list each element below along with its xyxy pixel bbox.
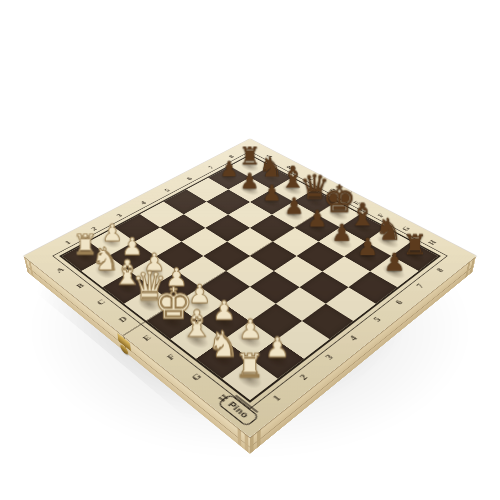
file-label-front-B: B	[74, 282, 85, 290]
rank-label-right-8: 8	[435, 267, 446, 274]
file-label-front-E: E	[140, 333, 152, 342]
rank-label-right-3: 3	[323, 353, 335, 362]
file-label-front-C: C	[95, 298, 107, 306]
piece-black-pawn-h7[interactable]: ♟	[377, 251, 411, 274]
rank-label-right-7: 7	[414, 282, 425, 289]
file-label-front-G: G	[190, 372, 204, 383]
file-label-front-F: F	[165, 352, 177, 361]
piece-white-rook-h1[interactable]: ♜	[230, 351, 269, 382]
rank-label-right-2: 2	[297, 373, 309, 382]
square-h6[interactable]	[348, 271, 397, 303]
square-a6[interactable]	[187, 178, 229, 202]
rank-label-right-4: 4	[348, 334, 360, 342]
rank-label-right-5: 5	[371, 316, 383, 324]
file-label-front-A: A	[54, 266, 65, 274]
file-label-front-D: D	[117, 315, 129, 324]
rank-label-right-1: 1	[270, 394, 283, 404]
rank-label-right-6: 6	[393, 299, 405, 306]
product-photo-stage: ♜♞♝♛♚♝♞♜♟♟♟♟♟♟♟♟♟♟♟♟♟♟♟♟♜♞♝♛♚♝♞♜ AA88BB7…	[0, 0, 500, 500]
square-g5[interactable]	[299, 271, 348, 303]
